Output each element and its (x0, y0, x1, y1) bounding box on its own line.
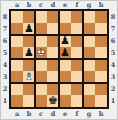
rank-label-7: 7 (3, 25, 8, 33)
rank-label-5: 5 (3, 49, 8, 57)
square-e4[interactable] (59, 59, 71, 71)
file-label-f: f (76, 110, 79, 118)
file-label-b: b (27, 1, 32, 9)
square-c4[interactable] (35, 59, 47, 71)
square-h1[interactable] (95, 95, 107, 107)
rank-labels-right: 87654321 (109, 9, 117, 109)
square-g6[interactable] (83, 35, 95, 47)
square-f1[interactable] (71, 95, 83, 107)
file-label-h: h (99, 1, 104, 9)
square-e1[interactable] (59, 95, 71, 107)
square-e3[interactable] (59, 71, 71, 83)
piece-glyph: ♟ (23, 23, 35, 35)
chess-diagram: abcdefgh 87654321 ♟♟♟♚♔♟♝♗♚ 87654321 abc… (0, 0, 118, 120)
square-f7[interactable] (71, 23, 83, 35)
square-d5[interactable] (47, 47, 59, 59)
square-h2[interactable] (95, 83, 107, 95)
file-label-c: c (39, 110, 43, 118)
square-g1[interactable] (83, 95, 95, 107)
file-labels-top: abcdefgh (9, 1, 109, 9)
square-a2[interactable] (11, 83, 23, 95)
square-d4[interactable] (47, 59, 59, 71)
white-king-piece[interactable]: ♚♔ (35, 47, 47, 59)
file-label-d: d (51, 110, 56, 118)
file-label-g: g (87, 1, 92, 9)
square-e8[interactable] (59, 11, 71, 23)
square-g7[interactable] (83, 23, 95, 35)
file-label-c: c (39, 1, 43, 9)
square-g5[interactable] (83, 47, 95, 59)
square-d6[interactable] (47, 35, 59, 47)
square-f8[interactable] (71, 11, 83, 23)
rank-label-1: 1 (3, 97, 8, 105)
square-e2[interactable] (59, 83, 71, 95)
rank-label-6: 6 (111, 37, 116, 45)
square-a3[interactable] (11, 71, 23, 83)
square-c7[interactable] (35, 23, 47, 35)
rank-label-7: 7 (111, 25, 116, 33)
square-b1[interactable] (23, 95, 35, 107)
grid-line-horizontal (11, 58, 107, 60)
square-c3[interactable] (35, 71, 47, 83)
piece-outline: ♔ (35, 47, 47, 59)
board-layout: abcdefgh 87654321 ♟♟♟♚♔♟♝♗♚ 87654321 abc… (1, 1, 117, 119)
square-b7[interactable]: ♟ (23, 23, 35, 35)
square-f5[interactable] (71, 47, 83, 59)
square-h7[interactable] (95, 23, 107, 35)
piece-glyph: ♟ (59, 47, 71, 59)
file-label-a: a (15, 110, 19, 118)
file-label-e: e (63, 110, 67, 118)
grid-line-vertical (82, 11, 84, 107)
rank-label-2: 2 (111, 85, 116, 93)
square-g2[interactable] (83, 83, 95, 95)
square-h5[interactable] (95, 47, 107, 59)
file-label-e: e (63, 1, 67, 9)
square-e5[interactable]: ♟ (59, 47, 71, 59)
rank-label-3: 3 (111, 73, 116, 81)
file-label-d: d (51, 1, 56, 9)
square-a5[interactable] (11, 47, 23, 59)
square-b2[interactable] (23, 83, 35, 95)
square-a6[interactable] (11, 35, 23, 47)
chess-board: ♟♟♟♚♔♟♝♗♚ (9, 9, 109, 109)
square-h3[interactable] (95, 71, 107, 83)
file-labels-bottom: abcdefgh (9, 109, 109, 119)
square-d3[interactable] (47, 71, 59, 83)
square-c5[interactable]: ♚♔ (35, 47, 47, 59)
black-pawn-piece[interactable]: ♟ (23, 23, 35, 35)
square-b3[interactable]: ♝♗ (23, 71, 35, 83)
rank-label-3: 3 (3, 73, 8, 81)
square-g4[interactable] (83, 59, 95, 71)
square-h6[interactable] (95, 35, 107, 47)
rank-label-5: 5 (111, 49, 116, 57)
square-h8[interactable] (95, 11, 107, 23)
grid-line-horizontal (11, 82, 107, 84)
square-c1[interactable] (35, 95, 47, 107)
rank-label-4: 4 (111, 61, 116, 69)
square-f6[interactable] (71, 35, 83, 47)
file-label-h: h (99, 110, 104, 118)
square-c8[interactable] (35, 11, 47, 23)
file-label-a: a (15, 1, 19, 9)
rank-label-2: 2 (3, 85, 8, 93)
square-g3[interactable] (83, 71, 95, 83)
file-label-g: g (87, 110, 92, 118)
black-pawn-piece[interactable]: ♟ (59, 47, 71, 59)
square-a1[interactable] (11, 95, 23, 107)
file-label-f: f (76, 1, 79, 9)
rank-label-8: 8 (111, 13, 116, 21)
square-a7[interactable] (11, 23, 23, 35)
square-a8[interactable] (11, 11, 23, 23)
square-c2[interactable] (35, 83, 47, 95)
square-f2[interactable] (71, 83, 83, 95)
white-bishop-piece[interactable]: ♝♗ (23, 71, 35, 83)
square-d7[interactable] (47, 23, 59, 35)
rank-label-4: 4 (3, 61, 8, 69)
black-king-piece[interactable]: ♚ (47, 95, 59, 107)
square-h4[interactable] (95, 59, 107, 71)
rank-label-8: 8 (3, 13, 8, 21)
square-a4[interactable] (11, 59, 23, 71)
square-f3[interactable] (71, 71, 83, 83)
rank-label-6: 6 (3, 37, 8, 45)
piece-glyph: ♟ (23, 47, 35, 59)
square-d1[interactable]: ♚ (47, 95, 59, 107)
square-d8[interactable] (47, 11, 59, 23)
rank-label-1: 1 (111, 97, 116, 105)
piece-glyph: ♚ (47, 95, 59, 107)
file-label-b: b (27, 110, 32, 118)
square-f4[interactable] (71, 59, 83, 71)
rank-labels-left: 87654321 (1, 9, 9, 109)
square-b5[interactable]: ♟ (23, 47, 35, 59)
black-pawn-piece[interactable]: ♟ (23, 47, 35, 59)
piece-outline: ♗ (23, 71, 35, 83)
square-g8[interactable] (83, 11, 95, 23)
